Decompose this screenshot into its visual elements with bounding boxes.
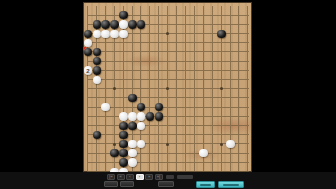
go-board[interactable]: 2 [83, 2, 252, 172]
nav-button-6[interactable]: »| [155, 174, 163, 180]
nav-button-4[interactable]: › [136, 174, 144, 180]
white-stone [119, 20, 127, 28]
bottom-toolbar: |««‹›»»| [0, 172, 336, 189]
white-stone [128, 149, 136, 157]
nav-button-5[interactable]: » [145, 174, 153, 180]
black-stone [84, 30, 92, 38]
nav-button-3[interactable]: ‹ [126, 174, 134, 180]
white-stone [119, 30, 127, 38]
action-button-1[interactable] [196, 181, 215, 188]
move-counter [166, 175, 174, 179]
action-button-1-label [200, 184, 212, 186]
nav-button-2[interactable]: « [117, 174, 125, 180]
black-stone [119, 122, 127, 130]
black-stone [128, 122, 136, 130]
tool-button-3[interactable] [158, 181, 174, 187]
tool-button-1[interactable] [104, 181, 118, 187]
hoshi-point [220, 143, 223, 146]
black-stone [155, 112, 163, 120]
white-stone [128, 112, 136, 120]
black-stone [119, 131, 127, 139]
move-number-label: 2 [84, 68, 92, 74]
black-stone [93, 131, 101, 139]
black-stone [93, 20, 101, 28]
white-stone [110, 30, 118, 38]
white-stone [128, 140, 136, 148]
black-stone [93, 66, 101, 74]
black-stone [119, 149, 127, 157]
black-stone [146, 112, 154, 120]
last-move-triangle-marker [83, 47, 87, 51]
status-text [177, 175, 193, 179]
action-button-2-label [223, 184, 240, 186]
black-stone [128, 20, 136, 28]
tool-button-2[interactable] [120, 181, 134, 187]
black-stone [101, 20, 109, 28]
action-button-2[interactable] [218, 181, 244, 188]
black-stone [119, 11, 127, 19]
hoshi-point [113, 143, 116, 146]
white-stone [101, 30, 109, 38]
white-stone [128, 158, 136, 166]
black-stone [110, 20, 118, 28]
app-background: { "game": "Go (19x19)", "board": { "size… [0, 0, 336, 189]
black-stone [93, 48, 101, 56]
white-stone [84, 39, 92, 47]
white-stone [93, 76, 101, 84]
black-stone [119, 140, 127, 148]
white-stone [119, 112, 127, 120]
white-stone [93, 30, 101, 38]
black-stone [217, 30, 225, 38]
nav-button-1[interactable]: |« [107, 174, 115, 180]
black-stone [128, 94, 136, 102]
black-stone [119, 158, 127, 166]
white-stone [226, 140, 234, 148]
